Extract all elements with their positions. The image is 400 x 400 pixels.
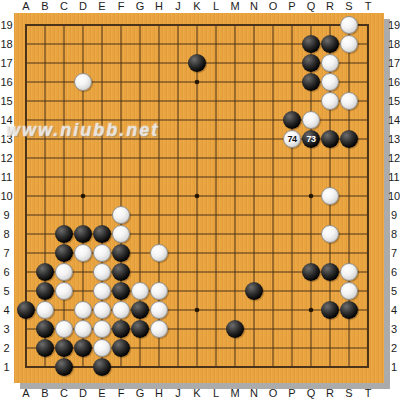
column-label: L [207,0,226,12]
white-stone [321,187,339,205]
black-stone [321,301,339,319]
row-label: 18 [388,35,400,54]
row-label: 5 [388,282,400,301]
white-stone [340,263,358,281]
white-stone [150,244,168,262]
white-stone [55,320,73,338]
column-label: H [150,0,169,12]
column-label: E [93,387,112,399]
white-stone [93,263,111,281]
white-stone [93,244,111,262]
column-label: N [245,0,264,12]
white-stone [36,301,54,319]
column-label: K [188,0,207,12]
column-label: P [283,387,302,399]
row-label: 11 [0,168,13,187]
row-label: 14 [388,111,400,130]
column-label: A [17,387,36,399]
column-label: G [131,387,150,399]
black-stone [131,320,149,338]
go-board: 7473 [14,13,384,383]
white-stone [112,225,130,243]
row-label: 10 [388,187,400,206]
black-stone [112,339,130,357]
row-label: 4 [388,301,400,320]
row-label: 7 [0,244,13,263]
row-label: 4 [0,301,13,320]
row-label: 12 [0,149,13,168]
row-label: 15 [0,92,13,111]
white-stone [93,282,111,300]
white-stone [93,320,111,338]
column-label: M [226,0,245,12]
black-stone [302,73,320,91]
column-label: E [93,0,112,12]
black-stone [36,282,54,300]
row-label: 6 [388,263,400,282]
column-label: T [359,0,378,12]
black-stone [36,339,54,357]
column-label: C [55,0,74,12]
row-label: 9 [388,206,400,225]
black-stone [340,130,358,148]
black-stone [321,130,339,148]
column-label: Q [302,387,321,399]
row-label: 5 [0,282,13,301]
row-label: 2 [388,339,400,358]
white-stone [321,92,339,110]
black-stone [188,54,206,72]
black-stone [36,320,54,338]
row-labels-right: 19181716151413121110987654321 [388,16,400,377]
move-number: 73 [306,135,315,144]
white-stone [74,244,92,262]
black-stone [55,225,73,243]
column-label: S [340,0,359,12]
column-label: A [17,0,36,12]
black-stone [93,225,111,243]
white-stone [93,339,111,357]
row-label: 17 [0,54,13,73]
column-label: D [74,387,93,399]
row-label: 8 [388,225,400,244]
watermark: www.niubb.net [6,120,159,141]
white-stone [340,16,358,34]
black-stone [340,301,358,319]
row-label: 13 [388,130,400,149]
column-label: S [340,387,359,399]
black-stone [283,111,301,129]
white-stone: 74 [283,130,301,148]
column-label: F [112,0,131,12]
row-label: 3 [388,320,400,339]
column-label: J [169,0,188,12]
row-label: 3 [0,320,13,339]
column-label: Q [302,0,321,12]
column-label: M [226,387,245,399]
row-label: 10 [0,187,13,206]
row-label: 6 [0,263,13,282]
row-label: 7 [388,244,400,263]
column-label: F [112,387,131,399]
column-label: L [207,387,226,399]
black-stone: 73 [302,130,320,148]
column-label: B [36,387,55,399]
column-label: H [150,387,169,399]
black-stone [112,263,130,281]
black-stone [131,301,149,319]
black-stone [55,244,73,262]
column-label: O [264,0,283,12]
column-label: N [245,387,264,399]
white-stone [321,225,339,243]
black-stone [226,320,244,338]
white-stone [74,301,92,319]
white-stone [112,301,130,319]
row-label: 11 [388,168,400,187]
column-label: B [36,0,55,12]
white-stone [150,282,168,300]
black-stone [302,263,320,281]
black-stone [112,244,130,262]
white-stone [321,54,339,72]
column-label: G [131,0,150,12]
black-stone [74,225,92,243]
black-stone [55,339,73,357]
white-stone [150,301,168,319]
column-label: R [321,387,340,399]
row-label: 1 [0,358,13,377]
black-stone [74,339,92,357]
white-stone [302,111,320,129]
row-label: 18 [0,35,13,54]
white-stone [131,282,149,300]
black-stone [17,301,35,319]
column-label: D [74,0,93,12]
white-stone [55,282,73,300]
white-stone [93,301,111,319]
move-number: 74 [287,135,296,144]
row-label: 17 [388,54,400,73]
column-labels-top: ABCDEFGHJKLMNOPQRST [17,0,378,12]
black-stone [321,263,339,281]
column-label: P [283,0,302,12]
row-label: 16 [388,73,400,92]
go-board-diagram: ABCDEFGHJKLMNOPQRST ABCDEFGHJKLMNOPQRST … [0,0,400,400]
black-stone [36,263,54,281]
row-label: 15 [388,92,400,111]
white-stone [340,35,358,53]
black-stone [302,54,320,72]
row-label: 12 [388,149,400,168]
black-stone [112,282,130,300]
row-label: 1 [388,358,400,377]
row-label: 9 [0,206,13,225]
row-labels-left: 19181716151413121110987654321 [0,16,13,377]
white-stone [74,73,92,91]
stones-layer: 7473 [17,16,378,377]
black-stone [321,35,339,53]
white-stone [55,263,73,281]
white-stone [321,73,339,91]
white-stone [340,92,358,110]
column-label: K [188,387,207,399]
row-label: 19 [388,16,400,35]
black-stone [93,358,111,376]
black-stone [112,320,130,338]
white-stone [340,282,358,300]
white-stone [150,320,168,338]
column-label: T [359,387,378,399]
column-labels-bottom: ABCDEFGHJKLMNOPQRST [17,387,378,399]
black-stone [55,358,73,376]
column-label: C [55,387,74,399]
white-stone [74,320,92,338]
row-label: 8 [0,225,13,244]
white-stone [112,206,130,224]
column-label: J [169,387,188,399]
row-label: 16 [0,73,13,92]
black-stone [302,35,320,53]
column-label: R [321,0,340,12]
row-label: 19 [0,16,13,35]
row-label: 2 [0,339,13,358]
black-stone [245,282,263,300]
column-label: O [264,387,283,399]
